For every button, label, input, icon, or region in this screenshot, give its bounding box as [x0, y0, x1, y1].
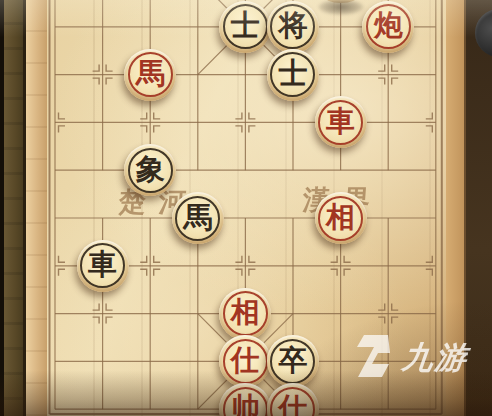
piece-character: 帅: [231, 394, 260, 416]
piece-black-horse[interactable]: 馬: [172, 192, 224, 244]
piece-character: 車: [88, 250, 117, 279]
piece-red-cannon[interactable]: 炮: [362, 1, 414, 53]
piece-character: 車: [326, 107, 355, 136]
piece-character: 相: [326, 203, 355, 232]
piece-black-general[interactable]: 将: [267, 1, 319, 53]
piece-character: 士: [231, 11, 260, 40]
piece-character: 馬: [183, 203, 212, 232]
piece-black-chariot[interactable]: 車: [77, 240, 129, 292]
piece-red-advisor[interactable]: 仕: [267, 383, 319, 416]
background-right: [466, 0, 492, 416]
piece-red-elephant[interactable]: 相: [315, 192, 367, 244]
piece-shadow: [318, 0, 364, 15]
frame-left-wood: [4, 0, 23, 416]
piece-black-soldier[interactable]: 卒: [267, 335, 319, 387]
piece-black-elephant[interactable]: 象: [124, 144, 176, 196]
piece-black-advisor[interactable]: 士: [267, 49, 319, 101]
piece-character: 馬: [136, 59, 165, 88]
piece-red-horse[interactable]: 馬: [124, 49, 176, 101]
board-right-edge: [446, 0, 466, 416]
piece-character: 象: [136, 155, 165, 184]
xiangqi-game-screen: 楚河 漢界 士将炮馬士車象馬相車相仕卒帅仕 九游: [0, 0, 492, 416]
piece-character: 相: [231, 298, 260, 327]
piece-red-elephant[interactable]: 相: [219, 288, 271, 340]
frame-left-light-strip: [26, 0, 47, 416]
piece-character: 士: [278, 59, 307, 88]
piece-red-general[interactable]: 帅: [219, 383, 271, 416]
piece-character: 炮: [374, 11, 403, 40]
pieces-layer: 士将炮馬士車象馬相車相仕卒帅仕: [31, 0, 459, 416]
piece-character: 将: [278, 11, 307, 40]
piece-character: 仕: [278, 394, 307, 416]
piece-character: 卒: [278, 346, 307, 375]
piece-character: 仕: [231, 346, 260, 375]
piece-red-advisor[interactable]: 仕: [219, 335, 271, 387]
piece-red-chariot[interactable]: 車: [315, 96, 367, 148]
partial-piece-top-edge[interactable]: [317, 0, 365, 3]
piece-black-advisor[interactable]: 士: [219, 1, 271, 53]
